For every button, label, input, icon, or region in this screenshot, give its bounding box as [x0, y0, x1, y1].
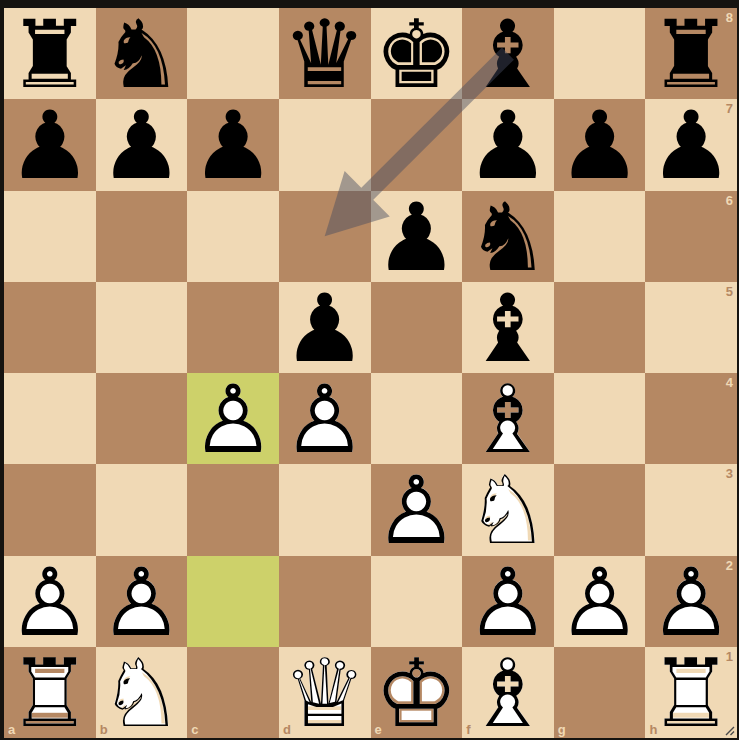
coord-rank-3: 3	[726, 466, 733, 481]
piece-black-bishop-f8[interactable]: ♝	[462, 8, 554, 99]
coord-rank-2: 2	[726, 558, 733, 573]
square-a2[interactable]: ♟♙	[4, 556, 96, 647]
piece-white-pawn-e3[interactable]: ♟♙	[371, 464, 463, 555]
square-h2[interactable]: 2♟♙	[645, 556, 737, 647]
square-b2[interactable]: ♟♙	[96, 556, 188, 647]
square-g4[interactable]	[554, 373, 646, 464]
square-a5[interactable]	[4, 282, 96, 373]
piece-white-bishop-f1[interactable]: ♝♗	[462, 647, 554, 738]
square-g1[interactable]: g	[554, 647, 646, 738]
square-g8[interactable]	[554, 8, 646, 99]
piece-white-pawn-g2[interactable]: ♟♙	[554, 556, 646, 647]
piece-white-pawn-a2[interactable]: ♟♙	[4, 556, 96, 647]
square-b5[interactable]	[96, 282, 188, 373]
coord-file-f: f	[466, 722, 470, 737]
square-c8[interactable]	[187, 8, 279, 99]
square-f3[interactable]: ♞♘	[462, 464, 554, 555]
square-h7[interactable]: 7♟	[645, 99, 737, 190]
square-b8[interactable]: ♞	[96, 8, 188, 99]
square-d7[interactable]	[279, 99, 371, 190]
square-a8[interactable]: ♜	[4, 8, 96, 99]
coord-file-a: a	[8, 722, 15, 737]
square-a4[interactable]	[4, 373, 96, 464]
square-h5[interactable]: 5	[645, 282, 737, 373]
coord-file-g: g	[558, 722, 566, 737]
piece-white-knight-f3[interactable]: ♞♘	[462, 464, 554, 555]
piece-black-rook-a8[interactable]: ♜	[4, 8, 96, 99]
square-c7[interactable]: ♟	[187, 99, 279, 190]
square-d2[interactable]	[279, 556, 371, 647]
square-d3[interactable]	[279, 464, 371, 555]
square-g3[interactable]	[554, 464, 646, 555]
square-b6[interactable]	[96, 191, 188, 282]
piece-black-pawn-f7[interactable]: ♟	[462, 99, 554, 190]
square-g6[interactable]	[554, 191, 646, 282]
chess-board: ♜♞♛♚♝8♜♟♟♟♟♟7♟♟♞6♟♝5♟♙♟♙♝♗4♟♙♞♘3♟♙♟♙♟♙♟♙…	[4, 8, 737, 738]
piece-white-pawn-c4[interactable]: ♟♙	[187, 373, 279, 464]
square-d4[interactable]: ♟♙	[279, 373, 371, 464]
square-b7[interactable]: ♟	[96, 99, 188, 190]
coord-file-b: b	[100, 722, 108, 737]
piece-white-bishop-f4[interactable]: ♝♗	[462, 373, 554, 464]
square-a7[interactable]: ♟	[4, 99, 96, 190]
square-f1[interactable]: f♝♗	[462, 647, 554, 738]
square-f6[interactable]: ♞	[462, 191, 554, 282]
square-c3[interactable]	[187, 464, 279, 555]
coord-rank-1: 1	[726, 649, 733, 664]
piece-black-pawn-b7[interactable]: ♟	[96, 99, 188, 190]
coord-file-d: d	[283, 722, 291, 737]
square-f5[interactable]: ♝	[462, 282, 554, 373]
square-g2[interactable]: ♟♙	[554, 556, 646, 647]
square-b3[interactable]	[96, 464, 188, 555]
square-c1[interactable]: c	[187, 647, 279, 738]
piece-white-king-e1[interactable]: ♚♔	[371, 647, 463, 738]
piece-black-knight-f6[interactable]: ♞	[462, 191, 554, 282]
coord-file-c: c	[191, 722, 198, 737]
square-d8[interactable]: ♛	[279, 8, 371, 99]
piece-black-pawn-e6[interactable]: ♟	[371, 191, 463, 282]
square-e8[interactable]: ♚	[371, 8, 463, 99]
piece-black-pawn-c7[interactable]: ♟	[187, 99, 279, 190]
square-a3[interactable]	[4, 464, 96, 555]
piece-white-pawn-d4[interactable]: ♟♙	[279, 373, 371, 464]
resize-handle-icon[interactable]	[723, 724, 735, 736]
square-a6[interactable]	[4, 191, 96, 282]
coord-rank-6: 6	[726, 193, 733, 208]
square-c6[interactable]	[187, 191, 279, 282]
square-g5[interactable]	[554, 282, 646, 373]
piece-black-pawn-a7[interactable]: ♟	[4, 99, 96, 190]
square-h3[interactable]: 3	[645, 464, 737, 555]
piece-black-queen-d8[interactable]: ♛	[279, 8, 371, 99]
square-a1[interactable]: a♜♖	[4, 647, 96, 738]
piece-black-pawn-g7[interactable]: ♟	[554, 99, 646, 190]
coord-rank-7: 7	[726, 101, 733, 116]
coord-rank-4: 4	[726, 375, 733, 390]
square-e3[interactable]: ♟♙	[371, 464, 463, 555]
square-e1[interactable]: e♚♔	[371, 647, 463, 738]
square-d6[interactable]	[279, 191, 371, 282]
piece-white-pawn-h2[interactable]: ♟♙	[645, 556, 737, 647]
square-c5[interactable]	[187, 282, 279, 373]
piece-black-knight-b8[interactable]: ♞	[96, 8, 188, 99]
piece-black-rook-h8[interactable]: ♜	[645, 8, 737, 99]
piece-black-bishop-f5[interactable]: ♝	[462, 282, 554, 373]
coord-file-h: h	[649, 722, 657, 737]
square-g7[interactable]: ♟	[554, 99, 646, 190]
piece-white-rook-a1[interactable]: ♜♖	[4, 647, 96, 738]
square-d5[interactable]: ♟	[279, 282, 371, 373]
square-e5[interactable]	[371, 282, 463, 373]
square-f4[interactable]: ♝♗	[462, 373, 554, 464]
square-d1[interactable]: d♛♕	[279, 647, 371, 738]
piece-black-king-e8[interactable]: ♚	[371, 8, 463, 99]
square-h4[interactable]: 4	[645, 373, 737, 464]
piece-black-pawn-d5[interactable]: ♟	[279, 282, 371, 373]
square-b1[interactable]: b♞♘	[96, 647, 188, 738]
square-c4[interactable]: ♟♙	[187, 373, 279, 464]
square-h8[interactable]: 8♜	[645, 8, 737, 99]
coord-rank-8: 8	[726, 10, 733, 25]
coord-rank-5: 5	[726, 284, 733, 299]
square-f2[interactable]: ♟♙	[462, 556, 554, 647]
square-e2[interactable]	[371, 556, 463, 647]
piece-white-knight-b1[interactable]: ♞♘	[96, 647, 188, 738]
square-e4[interactable]	[371, 373, 463, 464]
square-f8[interactable]: ♝	[462, 8, 554, 99]
piece-black-pawn-h7[interactable]: ♟	[645, 99, 737, 190]
piece-white-pawn-b2[interactable]: ♟♙	[96, 556, 188, 647]
square-h6[interactable]: 6	[645, 191, 737, 282]
square-e6[interactable]: ♟	[371, 191, 463, 282]
square-b4[interactable]	[96, 373, 188, 464]
square-e7[interactable]	[371, 99, 463, 190]
piece-white-queen-d1[interactable]: ♛♕	[279, 647, 371, 738]
last-move-highlight-c2	[187, 556, 279, 647]
piece-white-pawn-f2[interactable]: ♟♙	[462, 556, 554, 647]
square-c2[interactable]	[187, 556, 279, 647]
coord-file-e: e	[375, 722, 382, 737]
square-f7[interactable]: ♟	[462, 99, 554, 190]
